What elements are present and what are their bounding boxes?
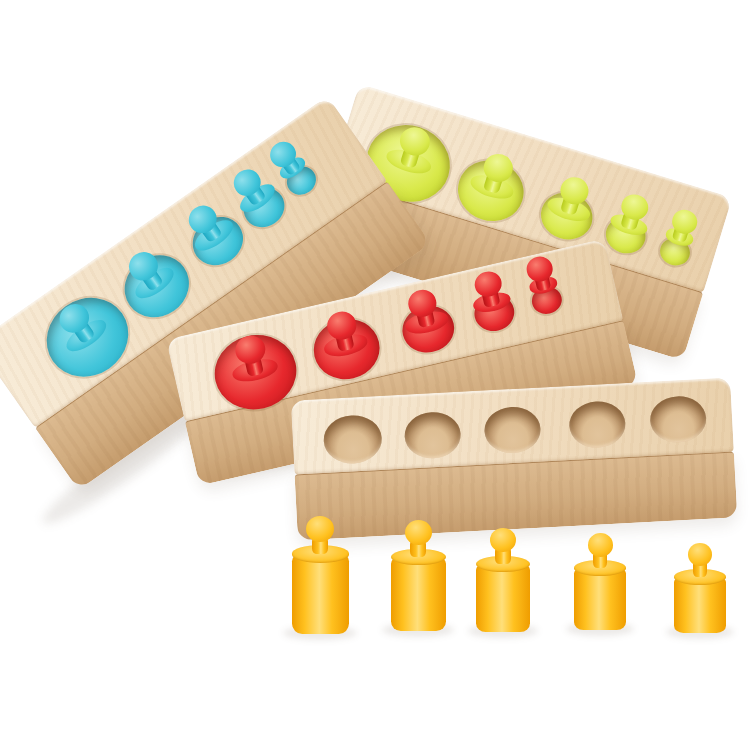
yellow-cylinder-4-knob-ball <box>588 533 613 557</box>
yellow-cylinder-5-body <box>674 577 726 633</box>
yellow-cylinder-4 <box>574 529 626 630</box>
yellow-cylinder-3-body <box>476 564 530 632</box>
yellow-cylinder-1 <box>292 512 349 634</box>
yellow-cylinder-1-body <box>292 554 349 634</box>
yellow-cylinder-1-knob-ball <box>306 516 334 542</box>
yellow-cylinder-3 <box>476 524 530 632</box>
stage <box>0 0 750 750</box>
empty-block <box>291 378 738 541</box>
yellow-cylinder-2-body <box>391 557 446 631</box>
yellow-cylinder-3-knob-ball <box>490 528 516 552</box>
yellow-cylinder-2 <box>391 516 446 631</box>
yellow-cylinder-5 <box>674 539 726 633</box>
yellow-cylinder-2-knob-ball <box>405 520 432 545</box>
yellow-cylinder-4-body <box>574 568 626 630</box>
yellow-cylinder-5-knob-ball <box>688 543 712 566</box>
